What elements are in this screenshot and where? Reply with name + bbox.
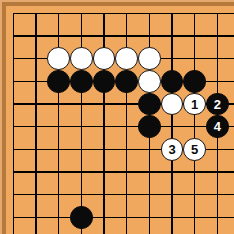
white-stone (138, 70, 161, 93)
black-stone-move-2: 2 (206, 93, 229, 116)
grid-line-vertical (126, 13, 127, 234)
move-number-label: 1 (191, 98, 198, 111)
white-stone (70, 47, 93, 70)
black-stone (70, 206, 93, 229)
white-stone-move-3: 3 (161, 138, 184, 161)
black-stone (47, 70, 70, 93)
white-stone (161, 93, 184, 116)
white-stone (138, 47, 161, 70)
grid-line-horizontal (13, 217, 234, 218)
black-stone (115, 70, 138, 93)
black-stone (161, 70, 184, 93)
white-stone (93, 47, 116, 70)
black-stone (183, 70, 206, 93)
grid-line-vertical (13, 13, 14, 234)
white-stone-move-1: 1 (183, 93, 206, 116)
black-stone (138, 115, 161, 138)
white-stone (115, 47, 138, 70)
move-number-label: 4 (214, 120, 221, 133)
board-edge-top-band (0, 2, 234, 6)
white-stone-move-5: 5 (183, 138, 206, 161)
move-number-label: 3 (168, 143, 175, 156)
grid-line-vertical (103, 13, 104, 234)
grid-line-vertical (58, 13, 59, 234)
white-stone (47, 47, 70, 70)
grid-line-horizontal (13, 194, 234, 195)
board-edge-left-band (2, 2, 6, 234)
grid-line-vertical (35, 13, 36, 234)
move-number-label: 2 (214, 98, 221, 111)
black-stone (93, 70, 116, 93)
move-number-label: 5 (191, 143, 198, 156)
go-board: 12435 (0, 0, 234, 234)
grid-line-vertical (81, 13, 82, 234)
grid-line-horizontal (13, 35, 234, 36)
go-board-diagram: 12435 (0, 0, 234, 234)
grid-line-vertical (194, 13, 195, 234)
grid-line-horizontal (13, 13, 234, 14)
grid-line-horizontal (13, 171, 234, 172)
black-stone (70, 70, 93, 93)
black-stone (138, 93, 161, 116)
grid-line-horizontal (13, 126, 234, 127)
grid-line-vertical (171, 13, 172, 234)
black-stone-move-4: 4 (206, 115, 229, 138)
